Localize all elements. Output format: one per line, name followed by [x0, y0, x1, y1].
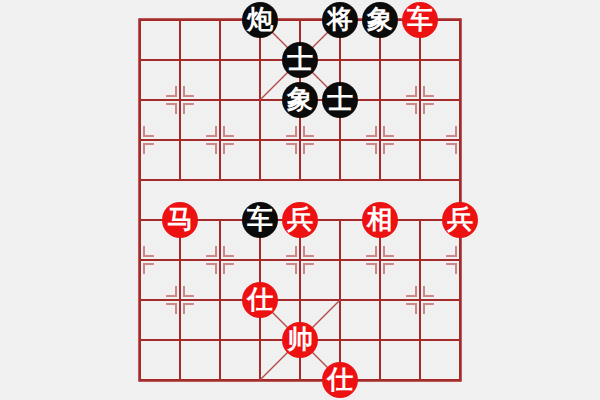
point-c8-r7[interactable]	[440, 280, 480, 320]
red-pawn[interactable]: 兵	[442, 202, 478, 238]
point-c5-r0[interactable]: 将	[320, 0, 360, 40]
point-c6-r5[interactable]: 相	[360, 200, 400, 240]
point-c8-r9[interactable]	[440, 360, 480, 400]
point-c2-r1[interactable]	[200, 40, 240, 80]
xiangqi-board: 炮将象车士象士马车兵相兵仕帅仕	[120, 0, 480, 400]
point-c8-r3[interactable]	[440, 120, 480, 160]
point-c0-r9[interactable]	[120, 360, 160, 400]
point-c3-r9[interactable]	[240, 360, 280, 400]
red-general[interactable]: 帅	[282, 322, 318, 358]
point-c0-r7[interactable]	[120, 280, 160, 320]
point-c2-r5[interactable]	[200, 200, 240, 240]
point-c0-r3[interactable]	[120, 120, 160, 160]
point-c3-r5[interactable]: 车	[240, 200, 280, 240]
point-c6-r1[interactable]	[360, 40, 400, 80]
point-c8-r5[interactable]: 兵	[440, 200, 480, 240]
point-c6-r9[interactable]	[360, 360, 400, 400]
point-c1-r0[interactable]	[160, 0, 200, 40]
point-c7-r5[interactable]	[400, 200, 440, 240]
point-c2-r0[interactable]	[200, 0, 240, 40]
point-c8-r4[interactable]	[440, 160, 480, 200]
point-c7-r1[interactable]	[400, 40, 440, 80]
screenshot-canvas: 炮将象车士象士马车兵相兵仕帅仕	[0, 0, 600, 400]
black-chariot[interactable]: 车	[242, 202, 278, 238]
point-c8-r1[interactable]	[440, 40, 480, 80]
black-advisor[interactable]: 士	[282, 42, 318, 78]
point-c4-r8[interactable]: 帅	[280, 320, 320, 360]
point-c0-r8[interactable]	[120, 320, 160, 360]
point-c0-r6[interactable]	[120, 240, 160, 280]
red-chariot[interactable]: 车	[402, 2, 438, 38]
point-c3-r1[interactable]	[240, 40, 280, 80]
point-c5-r7[interactable]	[320, 280, 360, 320]
red-elephant[interactable]: 相	[362, 202, 398, 238]
point-c2-r9[interactable]	[200, 360, 240, 400]
point-c1-r4[interactable]	[160, 160, 200, 200]
red-pawn[interactable]: 兵	[282, 202, 318, 238]
point-c8-r6[interactable]	[440, 240, 480, 280]
black-general[interactable]: 将	[322, 2, 358, 38]
red-advisor[interactable]: 仕	[242, 282, 278, 318]
black-elephant[interactable]: 象	[282, 82, 318, 118]
point-c5-r3[interactable]	[320, 120, 360, 160]
point-c2-r2[interactable]	[200, 80, 240, 120]
point-c3-r7[interactable]: 仕	[240, 280, 280, 320]
point-c1-r5[interactable]: 马	[160, 200, 200, 240]
point-c6-r8[interactable]	[360, 320, 400, 360]
red-advisor[interactable]: 仕	[322, 362, 358, 398]
point-c6-r2[interactable]	[360, 80, 400, 120]
point-c6-r4[interactable]	[360, 160, 400, 200]
point-c7-r3[interactable]	[400, 120, 440, 160]
point-c0-r1[interactable]	[120, 40, 160, 80]
point-c0-r2[interactable]	[120, 80, 160, 120]
point-c1-r9[interactable]	[160, 360, 200, 400]
point-c4-r4[interactable]	[280, 160, 320, 200]
point-c7-r8[interactable]	[400, 320, 440, 360]
board-points-grid: 炮将象车士象士马车兵相兵仕帅仕	[120, 0, 480, 400]
point-c1-r3[interactable]	[160, 120, 200, 160]
point-c0-r4[interactable]	[120, 160, 160, 200]
point-c2-r7[interactable]	[200, 280, 240, 320]
point-c5-r1[interactable]	[320, 40, 360, 80]
point-c2-r3[interactable]	[200, 120, 240, 160]
point-c3-r0[interactable]: 炮	[240, 0, 280, 40]
point-c7-r0[interactable]: 车	[400, 0, 440, 40]
point-c5-r4[interactable]	[320, 160, 360, 200]
point-c5-r6[interactable]	[320, 240, 360, 280]
black-elephant[interactable]: 象	[362, 2, 398, 38]
point-c3-r6[interactable]	[240, 240, 280, 280]
point-c3-r8[interactable]	[240, 320, 280, 360]
point-c8-r2[interactable]	[440, 80, 480, 120]
point-c5-r5[interactable]	[320, 200, 360, 240]
point-c3-r2[interactable]	[240, 80, 280, 120]
point-c1-r8[interactable]	[160, 320, 200, 360]
point-c6-r6[interactable]	[360, 240, 400, 280]
point-c4-r0[interactable]	[280, 0, 320, 40]
point-c7-r7[interactable]	[400, 280, 440, 320]
point-c4-r5[interactable]: 兵	[280, 200, 320, 240]
point-c7-r4[interactable]	[400, 160, 440, 200]
point-c6-r7[interactable]	[360, 280, 400, 320]
point-c2-r6[interactable]	[200, 240, 240, 280]
point-c5-r9[interactable]: 仕	[320, 360, 360, 400]
point-c3-r3[interactable]	[240, 120, 280, 160]
point-c5-r8[interactable]	[320, 320, 360, 360]
point-c8-r8[interactable]	[440, 320, 480, 360]
point-c1-r2[interactable]	[160, 80, 200, 120]
point-c2-r4[interactable]	[200, 160, 240, 200]
point-c0-r0[interactable]	[120, 0, 160, 40]
point-c4-r1[interactable]: 士	[280, 40, 320, 80]
point-c7-r9[interactable]	[400, 360, 440, 400]
point-c1-r6[interactable]	[160, 240, 200, 280]
point-c5-r2[interactable]: 士	[320, 80, 360, 120]
point-c2-r8[interactable]	[200, 320, 240, 360]
point-c4-r6[interactable]	[280, 240, 320, 280]
point-c8-r0[interactable]	[440, 0, 480, 40]
point-c3-r4[interactable]	[240, 160, 280, 200]
red-horse[interactable]: 马	[162, 202, 198, 238]
black-advisor[interactable]: 士	[322, 82, 358, 118]
point-c4-r7[interactable]	[280, 280, 320, 320]
point-c7-r2[interactable]	[400, 80, 440, 120]
point-c1-r1[interactable]	[160, 40, 200, 80]
black-cannon[interactable]: 炮	[242, 2, 278, 38]
point-c4-r2[interactable]: 象	[280, 80, 320, 120]
point-c0-r5[interactable]	[120, 200, 160, 240]
point-c1-r7[interactable]	[160, 280, 200, 320]
point-c6-r3[interactable]	[360, 120, 400, 160]
point-c7-r6[interactable]	[400, 240, 440, 280]
point-c4-r3[interactable]	[280, 120, 320, 160]
point-c6-r0[interactable]: 象	[360, 0, 400, 40]
point-c4-r9[interactable]	[280, 360, 320, 400]
